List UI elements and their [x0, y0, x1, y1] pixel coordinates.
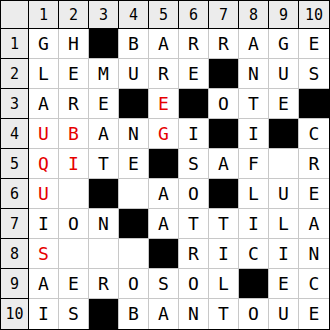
- cell-r7c10[interactable]: A: [299, 209, 329, 239]
- cell-r8c3[interactable]: [89, 239, 119, 269]
- cell-r2c3[interactable]: M: [89, 59, 119, 89]
- cell-r2c9[interactable]: U: [269, 59, 299, 89]
- cell-r2c1[interactable]: L: [29, 59, 59, 89]
- cell-r10c1[interactable]: I: [29, 299, 59, 329]
- cell-r5c9[interactable]: [269, 149, 299, 179]
- cell-r6c8[interactable]: L: [239, 179, 269, 209]
- cell-r4c8[interactable]: I: [239, 119, 269, 149]
- cell-r4c1[interactable]: U: [29, 119, 59, 149]
- cell-r1c10[interactable]: E: [299, 29, 329, 59]
- row-header-9: 9: [1, 269, 29, 299]
- cell-r3c9[interactable]: E: [269, 89, 299, 119]
- cell-r5c6[interactable]: S: [179, 149, 209, 179]
- cell-r7c1[interactable]: I: [29, 209, 59, 239]
- cell-r2c8[interactable]: N: [239, 59, 269, 89]
- cell-r5c4[interactable]: E: [119, 149, 149, 179]
- cell-r3c6[interactable]: [179, 89, 209, 119]
- cell-r5c8[interactable]: F: [239, 149, 269, 179]
- cell-r6c3[interactable]: [89, 179, 119, 209]
- cell-r1c8[interactable]: A: [239, 29, 269, 59]
- cell-r1c5[interactable]: A: [149, 29, 179, 59]
- cell-r2c6[interactable]: E: [179, 59, 209, 89]
- cell-r5c2[interactable]: I: [59, 149, 89, 179]
- cell-r4c5[interactable]: G: [149, 119, 179, 149]
- cell-r1c7[interactable]: R: [209, 29, 239, 59]
- cell-r4c6[interactable]: I: [179, 119, 209, 149]
- cell-r10c7[interactable]: T: [209, 299, 239, 329]
- col-header-3: 3: [89, 1, 119, 29]
- cell-r10c9[interactable]: U: [269, 299, 299, 329]
- cell-r8c7[interactable]: I: [209, 239, 239, 269]
- cell-r8c5[interactable]: [149, 239, 179, 269]
- cell-r8c4[interactable]: [119, 239, 149, 269]
- cell-r4c7[interactable]: [209, 119, 239, 149]
- cell-r3c5[interactable]: E: [149, 89, 179, 119]
- cell-r5c10[interactable]: R: [299, 149, 329, 179]
- col-header-9: 9: [269, 1, 299, 29]
- cell-r3c4[interactable]: [119, 89, 149, 119]
- cell-r5c3[interactable]: T: [89, 149, 119, 179]
- cell-r1c2[interactable]: H: [59, 29, 89, 59]
- cell-r6c5[interactable]: A: [149, 179, 179, 209]
- cell-r3c10[interactable]: [299, 89, 329, 119]
- cell-r4c4[interactable]: N: [119, 119, 149, 149]
- row-header-2: 2: [1, 59, 29, 89]
- cell-r6c2[interactable]: [59, 179, 89, 209]
- cell-r9c10[interactable]: C: [299, 269, 329, 299]
- cell-r9c1[interactable]: A: [29, 269, 59, 299]
- col-header-6: 6: [179, 1, 209, 29]
- cell-r4c2[interactable]: B: [59, 119, 89, 149]
- cell-r2c2[interactable]: E: [59, 59, 89, 89]
- cell-r7c5[interactable]: A: [149, 209, 179, 239]
- cell-r6c7[interactable]: [209, 179, 239, 209]
- cell-r8c2[interactable]: [59, 239, 89, 269]
- cell-r1c6[interactable]: R: [179, 29, 209, 59]
- row-header-4: 4: [1, 119, 29, 149]
- cell-r4c9[interactable]: [269, 119, 299, 149]
- cell-r3c8[interactable]: T: [239, 89, 269, 119]
- cell-r7c2[interactable]: O: [59, 209, 89, 239]
- row-header-1: 1: [1, 29, 29, 59]
- cell-r10c2[interactable]: S: [59, 299, 89, 329]
- cell-r9c7[interactable]: L: [209, 269, 239, 299]
- cell-r1c3[interactable]: [89, 29, 119, 59]
- cell-r9c4[interactable]: O: [119, 269, 149, 299]
- cell-r6c1[interactable]: U: [29, 179, 59, 209]
- cell-r2c7[interactable]: [209, 59, 239, 89]
- cell-r2c5[interactable]: R: [149, 59, 179, 89]
- cell-r1c9[interactable]: G: [269, 29, 299, 59]
- cell-r9c5[interactable]: S: [149, 269, 179, 299]
- cell-r9c3[interactable]: R: [89, 269, 119, 299]
- cell-r10c4[interactable]: B: [119, 299, 149, 329]
- row-header-8: 8: [1, 239, 29, 269]
- cell-r10c8[interactable]: O: [239, 299, 269, 329]
- cell-r8c1[interactable]: S: [29, 239, 59, 269]
- row-header-3: 3: [1, 89, 29, 119]
- cell-r5c7[interactable]: A: [209, 149, 239, 179]
- row-header-7: 7: [1, 209, 29, 239]
- cell-r6c6[interactable]: O: [179, 179, 209, 209]
- cell-r10c5[interactable]: A: [149, 299, 179, 329]
- cell-r2c10[interactable]: S: [299, 59, 329, 89]
- cell-r9c6[interactable]: O: [179, 269, 209, 299]
- cell-r5c5[interactable]: [149, 149, 179, 179]
- row-header-10: 10: [1, 299, 29, 329]
- col-header-5: 5: [149, 1, 179, 29]
- cell-r10c3[interactable]: [89, 299, 119, 329]
- cell-r7c9[interactable]: L: [269, 209, 299, 239]
- row-header-6: 6: [1, 179, 29, 209]
- cell-r6c10[interactable]: E: [299, 179, 329, 209]
- cell-r7c7[interactable]: T: [209, 209, 239, 239]
- cell-r9c2[interactable]: E: [59, 269, 89, 299]
- crossword-board: 123456789101GHBARRAGE2LEMURENUS3AREEOTE4…: [0, 0, 330, 330]
- cell-r3c1[interactable]: A: [29, 89, 59, 119]
- cell-r10c6[interactable]: N: [179, 299, 209, 329]
- row-header-5: 5: [1, 149, 29, 179]
- cell-r8c8[interactable]: C: [239, 239, 269, 269]
- cell-r9c9[interactable]: E: [269, 269, 299, 299]
- col-header-7: 7: [209, 1, 239, 29]
- cell-r9c8[interactable]: [239, 269, 269, 299]
- cell-r7c4[interactable]: [119, 209, 149, 239]
- cell-r5c1[interactable]: Q: [29, 149, 59, 179]
- cell-r8c6[interactable]: R: [179, 239, 209, 269]
- cell-r7c6[interactable]: T: [179, 209, 209, 239]
- col-header-4: 4: [119, 1, 149, 29]
- cell-r3c7[interactable]: O: [209, 89, 239, 119]
- cell-r1c4[interactable]: B: [119, 29, 149, 59]
- cell-r7c3[interactable]: N: [89, 209, 119, 239]
- col-header-8: 8: [239, 1, 269, 29]
- cell-r10c10[interactable]: E: [299, 299, 329, 329]
- corner-cell: [1, 1, 29, 29]
- col-header-10: 10: [299, 1, 329, 29]
- cell-r2c4[interactable]: U: [119, 59, 149, 89]
- col-header-1: 1: [29, 1, 59, 29]
- cell-r6c9[interactable]: U: [269, 179, 299, 209]
- cell-r3c2[interactable]: R: [59, 89, 89, 119]
- col-header-2: 2: [59, 1, 89, 29]
- cell-r4c10[interactable]: C: [299, 119, 329, 149]
- cell-r3c3[interactable]: E: [89, 89, 119, 119]
- cell-r8c10[interactable]: N: [299, 239, 329, 269]
- cell-r7c8[interactable]: I: [239, 209, 269, 239]
- cell-r1c1[interactable]: G: [29, 29, 59, 59]
- cell-r8c9[interactable]: I: [269, 239, 299, 269]
- cell-r4c3[interactable]: A: [89, 119, 119, 149]
- cell-r6c4[interactable]: [119, 179, 149, 209]
